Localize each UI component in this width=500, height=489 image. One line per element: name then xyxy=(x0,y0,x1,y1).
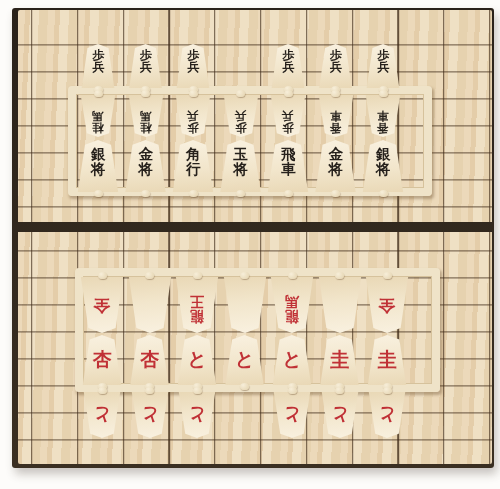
sprue-nub xyxy=(189,90,198,97)
sprue-nub xyxy=(141,90,150,97)
piece-pawn[interactable]: 歩兵 xyxy=(271,44,305,88)
piece-kanji: 兵 xyxy=(187,61,199,73)
sprue-nub xyxy=(383,272,392,279)
sprue-nub xyxy=(379,190,388,197)
piece-kanji: と xyxy=(141,406,159,425)
piece-kanji: 兵 xyxy=(188,109,199,121)
sprue-nub xyxy=(284,90,293,97)
sprue-nub xyxy=(240,383,249,390)
piece-kanji: 車 xyxy=(281,162,295,177)
board-bottom-half: 全龍王龍馬全杏杏ととと圭圭とととととと xyxy=(18,232,492,464)
piece-kanji: 将 xyxy=(376,162,390,177)
piece-kanji: 全 xyxy=(94,296,111,314)
piece-kanji: 圭 xyxy=(378,350,397,370)
piece-kanji: 車 xyxy=(378,109,389,121)
piece-pawn[interactable]: 歩兵 xyxy=(81,44,115,88)
piece-kanji: 銀 xyxy=(376,147,390,162)
sprue-nub xyxy=(193,272,202,279)
piece-tokin[interactable]: と xyxy=(321,392,359,438)
piece-kanji: 杏 xyxy=(93,350,112,370)
piece-kanji: と xyxy=(235,350,254,370)
piece-kanji: 圭 xyxy=(330,350,349,370)
piece-tokin[interactable]: と xyxy=(83,392,121,438)
piece-kanji: 飛 xyxy=(281,147,295,162)
piece-kanji: 兵 xyxy=(282,61,294,73)
piece-tokin[interactable]: と xyxy=(368,392,406,438)
piece-kanji: 玉 xyxy=(234,147,248,162)
piece-kanji: 馬 xyxy=(285,295,299,310)
piece-kanji: 兵 xyxy=(283,109,294,121)
piece-kanji: と xyxy=(283,350,302,370)
sprue-nub xyxy=(236,90,245,97)
piece-kanji: と xyxy=(378,406,396,425)
piece-kanji: 龍 xyxy=(285,309,299,324)
piece-kanji: と xyxy=(283,406,301,425)
piece-kanji: 馬 xyxy=(93,109,104,121)
sprue-nub xyxy=(94,90,103,97)
sprue-nub xyxy=(141,190,150,197)
piece-kanji: 将 xyxy=(234,162,248,177)
piece-kanji: 行 xyxy=(186,162,200,177)
piece-kanji: と xyxy=(188,406,206,425)
shogi-board: 歩兵歩兵歩兵歩兵歩兵歩兵桂馬桂馬歩兵歩兵歩兵香車香車銀将金将角行玉将飛車金将銀将… xyxy=(12,8,494,468)
sprue-nub xyxy=(193,387,202,394)
piece-kanji: 将 xyxy=(91,162,105,177)
piece-kanji: と xyxy=(93,406,111,425)
piece-kanji: と xyxy=(331,406,349,425)
piece-kanji: 王 xyxy=(190,295,204,310)
sprue-nub xyxy=(331,190,340,197)
sprue-nub xyxy=(288,272,297,279)
piece-kanji: 杏 xyxy=(140,350,159,370)
piece-kanji: 龍 xyxy=(190,309,204,324)
product-photo: 歩兵歩兵歩兵歩兵歩兵歩兵桂馬桂馬歩兵歩兵歩兵香車香車銀将金将角行玉将飛車金将銀将… xyxy=(0,0,500,489)
piece-kanji: 角 xyxy=(186,147,200,162)
sprue-nub xyxy=(98,387,107,394)
piece-pawn[interactable]: 歩兵 xyxy=(366,44,400,88)
sprue-nub xyxy=(379,90,388,97)
piece-kanji: 将 xyxy=(139,162,153,177)
piece-pawn[interactable]: 歩兵 xyxy=(129,44,163,88)
piece-kanji: 兵 xyxy=(330,61,342,73)
sprue-nub xyxy=(284,190,293,197)
piece-pawn[interactable]: 歩兵 xyxy=(176,44,210,88)
piece-kanji: 兵 xyxy=(235,109,246,121)
piece-kanji: 兵 xyxy=(140,61,152,73)
piece-kanji: と xyxy=(188,350,207,370)
piece-kanji: 馬 xyxy=(140,109,151,121)
piece-tokin[interactable]: と xyxy=(273,392,311,438)
sprue-nub xyxy=(240,272,249,279)
sprue-nub xyxy=(236,190,245,197)
sprue-nub xyxy=(145,272,154,279)
piece-kanji: 金 xyxy=(329,147,343,162)
piece-kanji: 全 xyxy=(379,296,396,314)
piece-kanji: 銀 xyxy=(91,147,105,162)
piece-kanji: 車 xyxy=(330,109,341,121)
sprue-nub xyxy=(331,90,340,97)
piece-kanji: 将 xyxy=(329,162,343,177)
piece-pawn[interactable]: 歩兵 xyxy=(319,44,353,88)
sprue-nub xyxy=(335,272,344,279)
piece-kanji: 金 xyxy=(139,147,153,162)
sprue-nub xyxy=(189,190,198,197)
board-top-half: 歩兵歩兵歩兵歩兵歩兵歩兵桂馬桂馬歩兵歩兵歩兵香車香車銀将金将角行玉将飛車金将銀将 xyxy=(18,10,492,222)
piece-kanji: 兵 xyxy=(92,61,104,73)
sprue-nub xyxy=(145,387,154,394)
piece-kanji: 兵 xyxy=(377,61,389,73)
sprue-nub xyxy=(98,272,107,279)
sprue-nub xyxy=(94,190,103,197)
sprue-nub xyxy=(335,387,344,394)
piece-tokin[interactable]: と xyxy=(131,392,169,438)
piece-tokin[interactable]: と xyxy=(178,392,216,438)
sprue-nub xyxy=(383,387,392,394)
sprue-nub xyxy=(288,387,297,394)
